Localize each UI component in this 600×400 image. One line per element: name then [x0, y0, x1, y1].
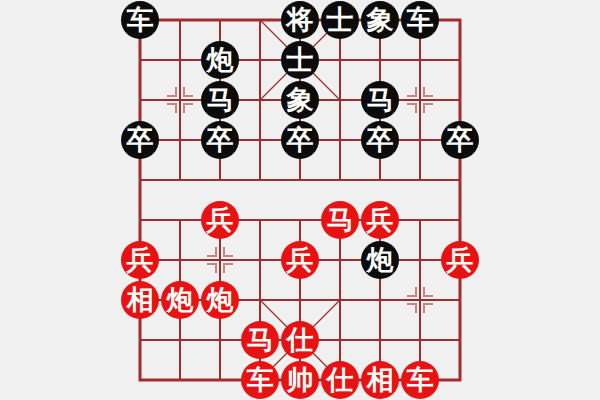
- piece-red-cannon[interactable]: 炮: [201, 281, 239, 319]
- piece-black-pawn[interactable]: 卒: [441, 121, 479, 159]
- piece-black-horse[interactable]: 马: [361, 81, 399, 119]
- piece-black-pawn[interactable]: 卒: [201, 121, 239, 159]
- piece-black-elephant[interactable]: 象: [281, 81, 319, 119]
- piece-black-chariot[interactable]: 车: [401, 1, 439, 39]
- piece-black-cannon[interactable]: 炮: [201, 41, 239, 79]
- piece-red-general[interactable]: 帅: [281, 361, 319, 399]
- piece-red-elephant[interactable]: 相: [361, 361, 399, 399]
- piece-black-elephant[interactable]: 象: [361, 1, 399, 39]
- piece-red-chariot[interactable]: 车: [401, 361, 439, 399]
- piece-red-pawn[interactable]: 兵: [281, 241, 319, 279]
- piece-black-advisor[interactable]: 士: [281, 41, 319, 79]
- piece-red-horse[interactable]: 马: [321, 201, 359, 239]
- piece-black-advisor[interactable]: 士: [321, 1, 359, 39]
- pieces-layer: 车将士象车炮士马象马卒卒卒卒卒兵马兵兵兵炮兵相炮炮马仕车帅仕相车: [0, 0, 600, 400]
- piece-red-pawn[interactable]: 兵: [441, 241, 479, 279]
- piece-red-chariot[interactable]: 车: [241, 361, 279, 399]
- piece-black-pawn[interactable]: 卒: [361, 121, 399, 159]
- piece-red-pawn[interactable]: 兵: [361, 201, 399, 239]
- piece-black-cannon[interactable]: 炮: [361, 241, 399, 279]
- piece-red-advisor[interactable]: 仕: [321, 361, 359, 399]
- xiangqi-app: 车将士象车炮士马象马卒卒卒卒卒兵马兵兵兵炮兵相炮炮马仕车帅仕相车: [0, 0, 600, 400]
- piece-black-horse[interactable]: 马: [201, 81, 239, 119]
- piece-red-pawn[interactable]: 兵: [201, 201, 239, 239]
- piece-black-pawn[interactable]: 卒: [281, 121, 319, 159]
- piece-red-horse[interactable]: 马: [241, 321, 279, 359]
- piece-black-pawn[interactable]: 卒: [121, 121, 159, 159]
- piece-red-pawn[interactable]: 兵: [121, 241, 159, 279]
- piece-black-chariot[interactable]: 车: [121, 1, 159, 39]
- piece-red-elephant[interactable]: 相: [121, 281, 159, 319]
- piece-red-advisor[interactable]: 仕: [281, 321, 319, 359]
- xiangqi-board[interactable]: 车将士象车炮士马象马卒卒卒卒卒兵马兵兵兵炮兵相炮炮马仕车帅仕相车: [0, 0, 600, 400]
- piece-black-general[interactable]: 将: [281, 1, 319, 39]
- piece-red-cannon[interactable]: 炮: [161, 281, 199, 319]
